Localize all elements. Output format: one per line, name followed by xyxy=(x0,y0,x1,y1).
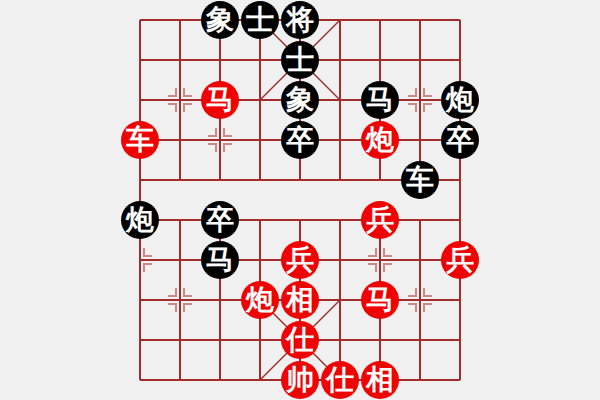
piece-black-cannon[interactable]: 炮 xyxy=(441,81,479,119)
pieces-layer: 象士将士马象马炮车卒炮卒车炮卒兵马兵兵炮相马仕帅仕相 xyxy=(120,0,480,400)
piece-red-soldier[interactable]: 兵 xyxy=(441,241,479,279)
piece-red-soldier[interactable]: 兵 xyxy=(361,201,399,239)
piece-black-soldier[interactable]: 卒 xyxy=(441,121,479,159)
piece-black-advisor[interactable]: 士 xyxy=(281,41,319,79)
piece-red-advisor[interactable]: 仕 xyxy=(321,361,359,399)
xiangqi-board[interactable]: 象士将士马象马炮车卒炮卒车炮卒兵马兵兵炮相马仕帅仕相 xyxy=(0,0,600,400)
piece-red-cannon[interactable]: 炮 xyxy=(361,121,399,159)
piece-black-soldier[interactable]: 卒 xyxy=(281,121,319,159)
piece-black-elephant[interactable]: 象 xyxy=(281,81,319,119)
piece-red-elephant[interactable]: 相 xyxy=(281,281,319,319)
piece-black-soldier[interactable]: 卒 xyxy=(201,201,239,239)
piece-black-advisor[interactable]: 士 xyxy=(241,1,279,39)
piece-black-chariot[interactable]: 车 xyxy=(401,161,439,199)
piece-red-chariot[interactable]: 车 xyxy=(121,121,159,159)
piece-red-advisor[interactable]: 仕 xyxy=(281,321,319,359)
piece-red-cannon[interactable]: 炮 xyxy=(241,281,279,319)
piece-red-soldier[interactable]: 兵 xyxy=(281,241,319,279)
piece-black-elephant[interactable]: 象 xyxy=(201,1,239,39)
piece-black-horse[interactable]: 马 xyxy=(361,81,399,119)
piece-black-cannon[interactable]: 炮 xyxy=(121,201,159,239)
piece-red-elephant[interactable]: 相 xyxy=(361,361,399,399)
piece-black-horse[interactable]: 马 xyxy=(201,241,239,279)
piece-red-general[interactable]: 帅 xyxy=(281,361,319,399)
piece-black-general[interactable]: 将 xyxy=(281,1,319,39)
piece-red-horse[interactable]: 马 xyxy=(201,81,239,119)
piece-red-horse[interactable]: 马 xyxy=(361,281,399,319)
